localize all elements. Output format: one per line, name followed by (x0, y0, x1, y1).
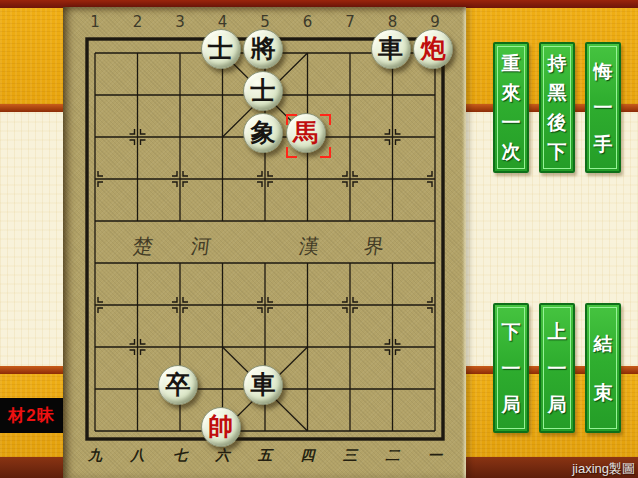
button-play-black[interactable]: 持黑後下 (539, 42, 575, 173)
file-label: 7 (329, 13, 372, 31)
board-cell: 帥 (201, 410, 244, 452)
board-cell: 士 (244, 74, 287, 116)
button-label-char: 黑 (548, 83, 567, 102)
button-label-char: 持 (548, 54, 567, 73)
board-cell: 象 (244, 116, 287, 158)
button-label-char: 重 (502, 54, 521, 73)
piece-black-advisor[interactable]: 士 (243, 71, 283, 111)
button-group-top: 重來一次 持黑後下 悔一手 (493, 42, 621, 173)
watermark-text: jiaxing製圖 (572, 460, 635, 478)
file-label: 五 (244, 447, 287, 467)
button-label-char: 下 (548, 142, 567, 161)
piece-black-chariot[interactable]: 車 (243, 365, 283, 405)
button-label-char: 局 (502, 395, 521, 414)
piece-glyph: 車 (251, 366, 276, 404)
button-label-char: 一 (594, 98, 613, 117)
board-cell: 車 (371, 32, 414, 74)
piece-glyph: 炮 (421, 30, 446, 68)
file-label: 七 (159, 447, 202, 467)
board-cell: 馬 (286, 116, 329, 158)
button-label-char: 下 (502, 322, 521, 341)
button-label-char: 一 (548, 359, 567, 378)
piece-black-elephant[interactable]: 象 (243, 113, 283, 153)
piece-glyph: 卒 (166, 366, 191, 404)
selection-marker (286, 147, 297, 158)
file-label: 四 (286, 447, 329, 467)
piece-glyph: 象 (251, 114, 276, 152)
piece-black-soldier[interactable]: 卒 (158, 365, 198, 405)
piece-glyph: 帥 (208, 408, 233, 446)
file-labels-bottom: 九八七六五四三二一 (74, 447, 457, 467)
file-label: 一 (414, 447, 457, 467)
pieces-grid: 士將車炮士象馬卒車帥 (74, 32, 457, 452)
button-label-char: 一 (502, 359, 521, 378)
button-restart[interactable]: 重來一次 (493, 42, 529, 173)
file-label: 六 (201, 447, 244, 467)
xiangqi-app-window: 材2昧 jiaxing製圖 123456789 楚河 漢界 士將車炮士象馬卒車帥… (0, 0, 638, 478)
button-next-game[interactable]: 下一局 (493, 303, 529, 433)
board-cell: 將 (244, 32, 287, 74)
piece-black-chariot[interactable]: 車 (371, 29, 411, 69)
piece-black-advisor[interactable]: 士 (201, 29, 241, 69)
board-cell: 炮 (414, 32, 457, 74)
button-label-char: 結 (594, 334, 613, 353)
selection-marker (320, 114, 331, 125)
piece-black-general[interactable]: 將 (243, 29, 283, 69)
file-label: 3 (159, 13, 202, 31)
piece-glyph: 將 (251, 30, 276, 68)
piece-red-cannon[interactable]: 炮 (413, 29, 453, 69)
button-label-char: 局 (548, 395, 567, 414)
puzzle-caption-text: 材2昧 (8, 404, 54, 427)
button-label-char: 後 (548, 113, 567, 132)
button-label-char: 一 (502, 113, 521, 132)
button-end[interactable]: 結束 (585, 303, 621, 433)
button-label-char: 來 (502, 83, 521, 102)
file-label: 九 (74, 447, 117, 467)
board-cell: 士 (201, 32, 244, 74)
button-prev-game[interactable]: 上一局 (539, 303, 575, 433)
button-label-char: 上 (548, 322, 567, 341)
piece-red-general[interactable]: 帥 (201, 407, 241, 447)
button-group-bottom: 下一局 上一局 結束 (493, 303, 621, 433)
board-cell: 卒 (159, 368, 202, 410)
file-label: 6 (286, 13, 329, 31)
xiangqi-board[interactable]: 123456789 楚河 漢界 士將車炮士象馬卒車帥 九八七六五四三二一 (63, 7, 466, 478)
file-label: 三 (329, 447, 372, 467)
puzzle-caption: 材2昧 (0, 398, 63, 433)
piece-glyph: 士 (208, 30, 233, 68)
selection-marker (286, 114, 297, 125)
button-label-char: 次 (502, 142, 521, 161)
button-label-char: 束 (594, 383, 613, 402)
button-undo-move[interactable]: 悔一手 (585, 42, 621, 173)
selection-marker (320, 147, 331, 158)
file-label: 二 (371, 447, 414, 467)
piece-glyph: 士 (251, 72, 276, 110)
file-label: 2 (116, 13, 159, 31)
button-label-char: 悔 (594, 62, 613, 81)
file-label: 八 (116, 447, 159, 467)
file-label: 1 (74, 13, 117, 31)
button-label-char: 手 (594, 135, 613, 154)
piece-glyph: 車 (378, 30, 403, 68)
board-cell: 車 (244, 368, 287, 410)
